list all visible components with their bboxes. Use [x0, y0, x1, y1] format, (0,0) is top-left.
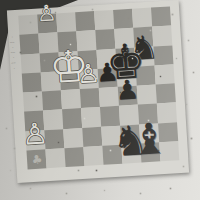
square-f4[interactable]: ♟: [118, 86, 138, 106]
square-c2[interactable]: [63, 128, 83, 148]
square-a6[interactable]: [21, 53, 41, 73]
square-c3[interactable]: [62, 108, 82, 128]
square-d4[interactable]: [80, 88, 100, 108]
square-g8[interactable]: [132, 8, 152, 28]
piece-white-pawn-a2[interactable]: ♙: [21, 119, 49, 150]
square-c4[interactable]: [61, 89, 81, 109]
piece-black-bishop-g1[interactable]: ♝: [129, 117, 170, 162]
square-e8[interactable]: [94, 10, 114, 30]
chess-board: · ¦ · ¦ · ¦ · ♙♟♞♔♙♟♚♟♙♣♞♝: [7, 0, 189, 183]
square-a7[interactable]: [19, 34, 39, 54]
square-a2[interactable]: ♙: [25, 130, 45, 150]
square-c1[interactable]: [64, 147, 84, 167]
piece-black-pawn-f4[interactable]: ♟: [115, 77, 141, 105]
square-d3[interactable]: [81, 107, 101, 127]
square-a5[interactable]: [22, 72, 42, 92]
square-a1[interactable]: ♣: [26, 149, 46, 169]
square-h5[interactable]: [155, 64, 175, 84]
square-h8[interactable]: [151, 6, 171, 26]
square-f8[interactable]: [113, 9, 133, 29]
square-h4[interactable]: [156, 83, 176, 103]
photo-scene: · ¦ · ¦ · ¦ · ♙♟♞♔♙♟♚♟♙♣♞♝: [0, 0, 200, 200]
border-fine-print: · ¦ · ¦ · ¦ ·: [9, 36, 17, 70]
square-b8[interactable]: ♙: [37, 13, 57, 33]
board-grid: ♙♟♞♔♙♟♚♟♙♣♞♝: [18, 6, 179, 169]
square-b4[interactable]: [42, 90, 62, 110]
square-d2[interactable]: [82, 126, 102, 146]
piece-white-pawn-b8[interactable]: ♙: [36, 3, 57, 26]
square-a8[interactable]: [18, 15, 38, 35]
club-decoration: ♣: [30, 153, 43, 167]
square-c8[interactable]: [56, 12, 76, 32]
square-d1[interactable]: [83, 146, 103, 166]
square-d8[interactable]: [75, 11, 95, 31]
square-g1[interactable]: ♝: [140, 142, 160, 162]
square-b1[interactable]: [45, 148, 65, 168]
square-a4[interactable]: [23, 91, 43, 111]
